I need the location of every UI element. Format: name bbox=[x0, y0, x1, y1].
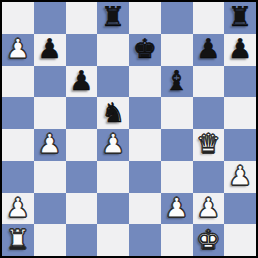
square-d2[interactable] bbox=[97, 193, 129, 225]
square-g6[interactable] bbox=[193, 66, 225, 98]
square-b8[interactable] bbox=[34, 2, 66, 34]
chess-board: ♜♜♟♟♚♟♟♟♝♞♟♟♛♟♟♟♟♜♚ bbox=[0, 0, 258, 258]
square-f4[interactable] bbox=[161, 129, 193, 161]
square-f2[interactable]: ♟ bbox=[161, 193, 193, 225]
square-f5[interactable] bbox=[161, 97, 193, 129]
square-d5[interactable]: ♞ bbox=[97, 97, 129, 129]
white-pawn[interactable]: ♟ bbox=[6, 194, 30, 221]
square-e2[interactable] bbox=[129, 193, 161, 225]
black-rook[interactable]: ♜ bbox=[228, 3, 252, 30]
white-queen[interactable]: ♛ bbox=[196, 130, 220, 157]
square-g2[interactable]: ♟ bbox=[193, 193, 225, 225]
square-e8[interactable] bbox=[129, 2, 161, 34]
square-d6[interactable] bbox=[97, 66, 129, 98]
square-h2[interactable] bbox=[224, 193, 256, 225]
square-h7[interactable]: ♟ bbox=[224, 34, 256, 66]
square-g1[interactable]: ♚ bbox=[193, 224, 225, 256]
black-pawn[interactable]: ♟ bbox=[196, 35, 220, 62]
square-d3[interactable] bbox=[97, 161, 129, 193]
square-e5[interactable] bbox=[129, 97, 161, 129]
square-c8[interactable] bbox=[66, 2, 98, 34]
square-d1[interactable] bbox=[97, 224, 129, 256]
square-a3[interactable] bbox=[2, 161, 34, 193]
square-f1[interactable] bbox=[161, 224, 193, 256]
square-b3[interactable] bbox=[34, 161, 66, 193]
black-pawn[interactable]: ♟ bbox=[228, 35, 252, 62]
white-rook[interactable]: ♜ bbox=[6, 226, 30, 253]
black-pawn[interactable]: ♟ bbox=[69, 67, 93, 94]
white-pawn[interactable]: ♟ bbox=[196, 194, 220, 221]
white-pawn[interactable]: ♟ bbox=[6, 35, 30, 62]
square-b2[interactable] bbox=[34, 193, 66, 225]
square-e1[interactable] bbox=[129, 224, 161, 256]
square-h1[interactable] bbox=[224, 224, 256, 256]
square-h3[interactable]: ♟ bbox=[224, 161, 256, 193]
square-h5[interactable] bbox=[224, 97, 256, 129]
square-b5[interactable] bbox=[34, 97, 66, 129]
black-pawn[interactable]: ♟ bbox=[38, 35, 62, 62]
square-e7[interactable]: ♚ bbox=[129, 34, 161, 66]
square-d8[interactable]: ♜ bbox=[97, 2, 129, 34]
square-f7[interactable] bbox=[161, 34, 193, 66]
square-g8[interactable] bbox=[193, 2, 225, 34]
square-e3[interactable] bbox=[129, 161, 161, 193]
square-b4[interactable]: ♟ bbox=[34, 129, 66, 161]
square-d7[interactable] bbox=[97, 34, 129, 66]
square-b6[interactable] bbox=[34, 66, 66, 98]
white-pawn[interactable]: ♟ bbox=[101, 130, 125, 157]
square-c3[interactable] bbox=[66, 161, 98, 193]
black-king[interactable]: ♚ bbox=[133, 35, 157, 62]
white-pawn[interactable]: ♟ bbox=[165, 194, 189, 221]
square-a5[interactable] bbox=[2, 97, 34, 129]
square-b1[interactable] bbox=[34, 224, 66, 256]
square-a1[interactable]: ♜ bbox=[2, 224, 34, 256]
white-pawn[interactable]: ♟ bbox=[228, 162, 252, 189]
square-h6[interactable] bbox=[224, 66, 256, 98]
square-e4[interactable] bbox=[129, 129, 161, 161]
square-e6[interactable] bbox=[129, 66, 161, 98]
square-a2[interactable]: ♟ bbox=[2, 193, 34, 225]
square-g4[interactable]: ♛ bbox=[193, 129, 225, 161]
black-rook[interactable]: ♜ bbox=[101, 3, 125, 30]
black-knight[interactable]: ♞ bbox=[101, 99, 125, 126]
square-a4[interactable] bbox=[2, 129, 34, 161]
white-king[interactable]: ♚ bbox=[196, 226, 220, 253]
square-g3[interactable] bbox=[193, 161, 225, 193]
square-g7[interactable]: ♟ bbox=[193, 34, 225, 66]
square-d4[interactable]: ♟ bbox=[97, 129, 129, 161]
square-a7[interactable]: ♟ bbox=[2, 34, 34, 66]
square-g5[interactable] bbox=[193, 97, 225, 129]
square-h8[interactable]: ♜ bbox=[224, 2, 256, 34]
white-pawn[interactable]: ♟ bbox=[38, 130, 62, 157]
square-c4[interactable] bbox=[66, 129, 98, 161]
square-c6[interactable]: ♟ bbox=[66, 66, 98, 98]
square-c5[interactable] bbox=[66, 97, 98, 129]
square-c7[interactable] bbox=[66, 34, 98, 66]
square-h4[interactable] bbox=[224, 129, 256, 161]
square-a6[interactable] bbox=[2, 66, 34, 98]
square-f6[interactable]: ♝ bbox=[161, 66, 193, 98]
square-c1[interactable] bbox=[66, 224, 98, 256]
square-a8[interactable] bbox=[2, 2, 34, 34]
square-c2[interactable] bbox=[66, 193, 98, 225]
black-bishop[interactable]: ♝ bbox=[165, 67, 189, 94]
square-b7[interactable]: ♟ bbox=[34, 34, 66, 66]
square-f3[interactable] bbox=[161, 161, 193, 193]
square-f8[interactable] bbox=[161, 2, 193, 34]
